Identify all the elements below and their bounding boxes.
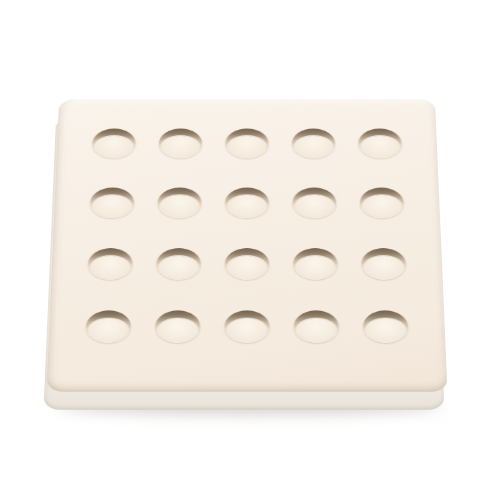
hole-floor: [295, 195, 335, 218]
hole: [85, 310, 131, 343]
hole-floor: [227, 195, 266, 218]
hole-floor: [294, 136, 333, 158]
hole-floor: [362, 195, 402, 218]
hole-floor: [157, 318, 198, 342]
hole: [360, 188, 405, 219]
hole: [293, 248, 338, 280]
hole: [155, 310, 200, 343]
hole-floor: [160, 195, 200, 218]
hole: [225, 129, 268, 159]
hole: [358, 129, 402, 159]
hole: [88, 248, 133, 280]
hole: [157, 188, 201, 219]
hole: [225, 248, 269, 280]
hole-floor: [227, 318, 267, 342]
hole: [159, 129, 203, 159]
hole-floor: [94, 136, 133, 158]
hole: [294, 310, 339, 343]
hole: [225, 188, 269, 219]
hole-floor: [295, 256, 335, 279]
hole-floor: [296, 318, 337, 342]
hole: [90, 188, 135, 219]
hole: [361, 248, 406, 280]
hole-floor: [158, 256, 198, 279]
product-photo-canvas: [0, 0, 500, 500]
hole-floor: [227, 256, 267, 279]
board-top-wrapper: [53, 36, 441, 446]
hole-floor: [90, 256, 131, 279]
hole: [225, 310, 270, 343]
hole-floor: [365, 318, 406, 342]
hole-floor: [360, 136, 399, 158]
hole: [92, 129, 136, 159]
hole: [292, 129, 336, 159]
hole: [292, 188, 336, 219]
hole-floor: [88, 318, 129, 342]
hole-floor: [161, 136, 200, 158]
board-top-face: [47, 100, 448, 392]
hole: [156, 248, 201, 280]
hole: [363, 310, 409, 343]
hole-floor: [228, 136, 267, 158]
hole-floor: [364, 256, 405, 279]
hole-grid: [47, 100, 448, 392]
hole-floor: [92, 195, 132, 218]
